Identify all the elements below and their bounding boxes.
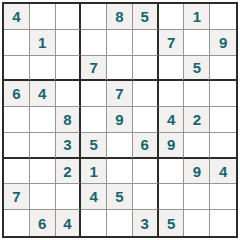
cell-r4c4[interactable] <box>81 81 107 107</box>
cell-r1c2[interactable] <box>30 4 56 30</box>
sudoku-board: 4851179756478942356921947456435 <box>2 2 238 238</box>
cell-r1c7[interactable] <box>159 4 185 30</box>
cell-r6c3: 3 <box>56 133 82 159</box>
cell-r8c9[interactable] <box>210 184 236 210</box>
cell-r5c3: 8 <box>56 107 82 133</box>
cell-r6c1[interactable] <box>4 133 30 159</box>
cell-r6c7: 9 <box>159 133 185 159</box>
cell-r2c3[interactable] <box>56 30 82 56</box>
cell-r6c4: 5 <box>81 133 107 159</box>
cell-r6c8[interactable] <box>184 133 210 159</box>
cell-r1c6: 5 <box>133 4 159 30</box>
cell-r6c6: 6 <box>133 133 159 159</box>
cell-r2c2: 1 <box>30 30 56 56</box>
cell-r4c2: 4 <box>30 81 56 107</box>
cell-r9c4[interactable] <box>81 210 107 236</box>
cell-r5c2[interactable] <box>30 107 56 133</box>
cell-r6c5[interactable] <box>107 133 133 159</box>
cell-r8c5: 5 <box>107 184 133 210</box>
cell-r8c6[interactable] <box>133 184 159 210</box>
cell-r6c2[interactable] <box>30 133 56 159</box>
cell-r3c2[interactable] <box>30 56 56 82</box>
cell-r7c2[interactable] <box>30 159 56 185</box>
cell-r4c6[interactable] <box>133 81 159 107</box>
cell-r1c3[interactable] <box>56 4 82 30</box>
cell-r2c4[interactable] <box>81 30 107 56</box>
cell-r2c9: 9 <box>210 30 236 56</box>
cell-r7c3: 2 <box>56 159 82 185</box>
cell-r1c9[interactable] <box>210 4 236 30</box>
cell-r7c5[interactable] <box>107 159 133 185</box>
cell-r8c3[interactable] <box>56 184 82 210</box>
cell-r8c4: 4 <box>81 184 107 210</box>
cell-r4c8[interactable] <box>184 81 210 107</box>
cell-r5c6[interactable] <box>133 107 159 133</box>
cell-r9c9[interactable] <box>210 210 236 236</box>
cell-r3c1[interactable] <box>4 56 30 82</box>
cell-r1c1: 4 <box>4 4 30 30</box>
cell-r2c5[interactable] <box>107 30 133 56</box>
cell-r5c1[interactable] <box>4 107 30 133</box>
cell-r9c2: 6 <box>30 210 56 236</box>
cell-r2c7: 7 <box>159 30 185 56</box>
cell-r3c3[interactable] <box>56 56 82 82</box>
cell-r8c7[interactable] <box>159 184 185 210</box>
cell-r7c1[interactable] <box>4 159 30 185</box>
cell-r2c8[interactable] <box>184 30 210 56</box>
cell-r9c5[interactable] <box>107 210 133 236</box>
cell-r6c9[interactable] <box>210 133 236 159</box>
cell-r3c6[interactable] <box>133 56 159 82</box>
cell-r8c8[interactable] <box>184 184 210 210</box>
cell-r7c7[interactable] <box>159 159 185 185</box>
cell-r5c9[interactable] <box>210 107 236 133</box>
cell-r9c1[interactable] <box>4 210 30 236</box>
cell-r4c9[interactable] <box>210 81 236 107</box>
cell-r9c6: 3 <box>133 210 159 236</box>
cell-r7c6[interactable] <box>133 159 159 185</box>
cell-r1c8: 1 <box>184 4 210 30</box>
cell-r2c6[interactable] <box>133 30 159 56</box>
cell-r5c4[interactable] <box>81 107 107 133</box>
cell-r9c3: 4 <box>56 210 82 236</box>
sudoku-app: 4851179756478942356921947456435 <box>0 0 240 240</box>
cell-r3c5[interactable] <box>107 56 133 82</box>
cell-r4c3[interactable] <box>56 81 82 107</box>
cell-r2c1[interactable] <box>4 30 30 56</box>
cell-r7c8: 9 <box>184 159 210 185</box>
cell-r3c8: 5 <box>184 56 210 82</box>
cell-r4c5: 7 <box>107 81 133 107</box>
cell-r7c4: 1 <box>81 159 107 185</box>
cell-r7c9: 4 <box>210 159 236 185</box>
cell-r9c7: 5 <box>159 210 185 236</box>
cell-r4c1: 6 <box>4 81 30 107</box>
cell-r5c7: 4 <box>159 107 185 133</box>
cell-r8c2[interactable] <box>30 184 56 210</box>
cell-r4c7[interactable] <box>159 81 185 107</box>
cell-r5c8: 2 <box>184 107 210 133</box>
cell-r8c1: 7 <box>4 184 30 210</box>
cell-r1c5: 8 <box>107 4 133 30</box>
cell-r3c4: 7 <box>81 56 107 82</box>
cell-r9c8[interactable] <box>184 210 210 236</box>
cell-r1c4[interactable] <box>81 4 107 30</box>
cell-r3c9[interactable] <box>210 56 236 82</box>
cell-r5c5: 9 <box>107 107 133 133</box>
cell-r3c7[interactable] <box>159 56 185 82</box>
